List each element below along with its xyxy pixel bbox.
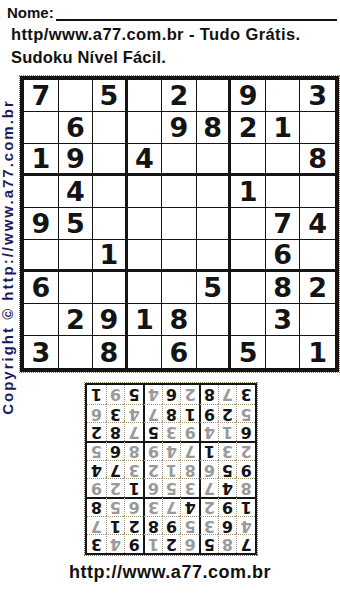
puzzle-cell-r8c7[interactable]	[231, 304, 266, 336]
puzzle-cell-r6c6[interactable]	[197, 240, 232, 272]
solution-cell-r7c7: 7	[124, 422, 143, 441]
solution-cell-r3c5: 7	[162, 497, 181, 516]
solution-cell-r4c5: 5	[162, 478, 181, 497]
puzzle-cell-r2c7: 2	[231, 112, 266, 144]
puzzle-cell-r3c1: 1	[24, 144, 59, 176]
solution-cell-r2c3: 3	[199, 516, 218, 535]
puzzle-cell-r5c7[interactable]	[231, 208, 266, 240]
solution-cell-r2c7: 2	[124, 516, 143, 535]
puzzle-cell-r1c1: 7	[24, 80, 59, 112]
puzzle-cell-r4c1[interactable]	[24, 176, 59, 208]
puzzle-cell-r5c4[interactable]	[128, 208, 163, 240]
solution-cell-r3c8: 5	[106, 497, 125, 516]
puzzle-cell-r5c1: 9	[24, 208, 59, 240]
solution-cell-r6c9: 5	[87, 441, 106, 460]
copyright-vertical-text: Copyright © http://www.a77.com.br	[0, 83, 17, 431]
solution-cell-r9c3: 8	[199, 385, 218, 404]
solution-cell-r8c1: 5	[236, 404, 255, 423]
solution-cell-r9c9: 1	[87, 385, 106, 404]
puzzle-cell-r5c8: 7	[266, 208, 301, 240]
solution-cell-r9c1: 3	[236, 385, 255, 404]
solution-cell-r1c6: 1	[143, 534, 162, 553]
puzzle-cell-r4c9[interactable]	[300, 176, 335, 208]
solution-cell-r3c3: 2	[199, 497, 218, 516]
puzzle-cell-r2c8: 1	[266, 112, 301, 144]
puzzle-cell-r9c9: 1	[300, 336, 335, 368]
solution-cell-r5c8: 7	[106, 460, 125, 479]
puzzle-cell-r4c3[interactable]	[93, 176, 128, 208]
puzzle-cell-r5c3[interactable]	[93, 208, 128, 240]
puzzle-cell-r8c8: 3	[266, 304, 301, 336]
solution-cell-r2c5: 9	[162, 516, 181, 535]
puzzle-cell-r1c5: 2	[162, 80, 197, 112]
puzzle-cell-r2c6: 8	[197, 112, 232, 144]
solution-cell-r9c7: 5	[124, 385, 143, 404]
solution-cell-r7c2: 1	[218, 422, 237, 441]
puzzle-cell-r1c4[interactable]	[128, 80, 163, 112]
puzzle-cell-r4c7: 1	[231, 176, 266, 208]
solution-cell-r8c5: 8	[162, 404, 181, 423]
puzzle-cell-r7c4[interactable]	[128, 272, 163, 304]
puzzle-cell-r1c6[interactable]	[197, 80, 232, 112]
puzzle-cell-r7c5[interactable]	[162, 272, 197, 304]
solution-cell-r1c8: 4	[106, 534, 125, 553]
puzzle-cell-r4c6[interactable]	[197, 176, 232, 208]
solution-cell-r5c4: 8	[180, 460, 199, 479]
puzzle-cell-r5c5[interactable]	[162, 208, 197, 240]
puzzle-cell-r9c1: 3	[24, 336, 59, 368]
puzzle-cell-r2c5: 9	[162, 112, 197, 144]
puzzle-cell-r9c8[interactable]	[266, 336, 301, 368]
solution-cell-r1c7: 9	[124, 534, 143, 553]
puzzle-cell-r7c1: 6	[24, 272, 59, 304]
solution-cell-r5c6: 2	[143, 460, 162, 479]
name-blank-line	[56, 3, 337, 21]
puzzle-cell-r6c9[interactable]	[300, 240, 335, 272]
solution-cell-r1c4: 6	[180, 534, 199, 553]
solution-cell-r3c4: 4	[180, 497, 199, 516]
solution-cell-r6c6: 9	[143, 441, 162, 460]
puzzle-cell-r6c4[interactable]	[128, 240, 163, 272]
puzzle-cell-r1c2[interactable]	[59, 80, 94, 112]
puzzle-cell-r7c8: 8	[266, 272, 301, 304]
puzzle-cell-r9c6[interactable]	[197, 336, 232, 368]
solution-cell-r5c7: 3	[124, 460, 143, 479]
puzzle-cell-r7c6: 5	[197, 272, 232, 304]
solution-cell-r9c6: 4	[143, 385, 162, 404]
puzzle-cell-r2c2: 6	[59, 112, 94, 144]
solution-cell-r6c2: 3	[218, 441, 237, 460]
puzzle-cell-r7c7[interactable]	[231, 272, 266, 304]
puzzle-cell-r6c5[interactable]	[162, 240, 197, 272]
solution-cell-r6c1: 2	[236, 441, 255, 460]
solution-cell-r4c3: 7	[199, 478, 218, 497]
solution-cell-r2c9: 7	[87, 516, 106, 535]
puzzle-title: Sudoku Nível Fácil.	[11, 48, 166, 67]
sudoku-worksheet-page: Nome: http/www.a77.com.br - Tudo Grátis.…	[0, 0, 340, 596]
puzzle-cell-r5c6[interactable]	[197, 208, 232, 240]
name-row: Nome:	[7, 3, 337, 21]
puzzle-cell-r6c3: 1	[93, 240, 128, 272]
solution-cell-r8c2: 2	[218, 404, 237, 423]
solution-cell-r2c6: 8	[143, 516, 162, 535]
sudoku-puzzle-grid: 752936982119484195741665822918338651	[20, 76, 339, 372]
solution-cell-r1c5: 2	[162, 534, 181, 553]
puzzle-cell-r8c9[interactable]	[300, 304, 335, 336]
puzzle-cell-r3c2: 9	[59, 144, 94, 176]
puzzle-cell-r4c5[interactable]	[162, 176, 197, 208]
solution-cell-r6c5: 4	[162, 441, 181, 460]
puzzle-cell-r8c5: 8	[162, 304, 197, 336]
puzzle-cell-r9c7: 5	[231, 336, 266, 368]
solution-cell-r5c1: 9	[236, 460, 255, 479]
puzzle-cell-r2c4[interactable]	[128, 112, 163, 144]
solution-cell-r8c8: 3	[106, 404, 125, 423]
puzzle-cell-r1c7: 9	[231, 80, 266, 112]
sudoku-solution-grid-rotated: 7856219434635982171924736588473561299568…	[85, 383, 257, 555]
solution-cell-r9c5: 6	[162, 385, 181, 404]
solution-cell-r9c8: 9	[106, 385, 125, 404]
puzzle-cell-r1c3: 5	[93, 80, 128, 112]
name-label: Nome:	[7, 4, 54, 21]
puzzle-cell-r2c1[interactable]	[24, 112, 59, 144]
solution-cell-r4c7: 1	[124, 478, 143, 497]
puzzle-cell-r8c1[interactable]	[24, 304, 59, 336]
solution-cell-r7c3: 4	[199, 422, 218, 441]
puzzle-cell-r3c5[interactable]	[162, 144, 197, 176]
solution-cell-r8c9: 6	[87, 404, 106, 423]
solution-cell-r8c6: 7	[143, 404, 162, 423]
solution-cell-r6c8: 6	[106, 441, 125, 460]
solution-cell-r3c7: 6	[124, 497, 143, 516]
puzzle-cell-r6c8: 6	[266, 240, 301, 272]
puzzle-cell-r8c3: 9	[93, 304, 128, 336]
solution-cell-r8c7: 4	[124, 404, 143, 423]
solution-cell-r5c2: 5	[218, 460, 237, 479]
solution-cell-r1c9: 3	[87, 534, 106, 553]
puzzle-cell-r1c9: 3	[300, 80, 335, 112]
solution-cell-r8c4: 1	[180, 404, 199, 423]
footer-url: http://www.a77.com.br	[0, 562, 340, 583]
solution-cell-r7c4: 9	[180, 422, 199, 441]
solution-cell-r5c9: 4	[87, 460, 106, 479]
puzzle-cell-r6c1[interactable]	[24, 240, 59, 272]
puzzle-cell-r4c8[interactable]	[266, 176, 301, 208]
solution-cell-r7c6: 5	[143, 422, 162, 441]
solution-cell-r8c3: 9	[199, 404, 218, 423]
puzzle-cell-r5c9: 4	[300, 208, 335, 240]
puzzle-cell-r9c3: 8	[93, 336, 128, 368]
solution-cell-r6c7: 8	[124, 441, 143, 460]
puzzle-cell-r2c3[interactable]	[93, 112, 128, 144]
solution-cell-r2c1: 4	[236, 516, 255, 535]
puzzle-cell-r6c7[interactable]	[231, 240, 266, 272]
puzzle-cell-r9c5: 6	[162, 336, 197, 368]
puzzle-cell-r7c3[interactable]	[93, 272, 128, 304]
solution-cell-r3c1: 1	[236, 497, 255, 516]
puzzle-cell-r3c8[interactable]	[266, 144, 301, 176]
puzzle-cell-r6c2[interactable]	[59, 240, 94, 272]
solution-cell-r6c3: 1	[199, 441, 218, 460]
puzzle-cell-r8c2: 2	[59, 304, 94, 336]
puzzle-cell-r3c6[interactable]	[197, 144, 232, 176]
puzzle-cell-r3c7[interactable]	[231, 144, 266, 176]
puzzle-cell-r8c6[interactable]	[197, 304, 232, 336]
site-headline: http/www.a77.com.br - Tudo Grátis.	[11, 25, 301, 44]
solution-cell-r1c1: 7	[236, 534, 255, 553]
solution-cell-r4c1: 8	[236, 478, 255, 497]
solution-cell-r4c9: 9	[87, 478, 106, 497]
solution-cell-r3c9: 8	[87, 497, 106, 516]
puzzle-cell-r3c4: 4	[128, 144, 163, 176]
solution-cell-r7c1: 6	[236, 422, 255, 441]
solution-cell-r9c2: 7	[218, 385, 237, 404]
solution-cell-r4c8: 2	[106, 478, 125, 497]
puzzle-cell-r9c4[interactable]	[128, 336, 163, 368]
solution-cell-r4c6: 6	[143, 478, 162, 497]
solution-cell-r2c8: 1	[106, 516, 125, 535]
puzzle-cell-r5c2: 5	[59, 208, 94, 240]
puzzle-cell-r8c4: 1	[128, 304, 163, 336]
puzzle-cell-r4c4[interactable]	[128, 176, 163, 208]
solution-cell-r4c2: 4	[218, 478, 237, 497]
solution-cell-r6c4: 7	[180, 441, 199, 460]
puzzle-cell-r9c2[interactable]	[59, 336, 94, 368]
solution-cell-r1c3: 5	[199, 534, 218, 553]
solution-cell-r5c5: 1	[162, 460, 181, 479]
solution-cell-r7c9: 2	[87, 422, 106, 441]
puzzle-cell-r2c9[interactable]	[300, 112, 335, 144]
solution-cell-r3c6: 3	[143, 497, 162, 516]
solution-cell-r5c3: 6	[199, 460, 218, 479]
puzzle-cell-r1c8[interactable]	[266, 80, 301, 112]
puzzle-cell-r3c9: 8	[300, 144, 335, 176]
solution-cell-r7c5: 3	[162, 422, 181, 441]
solution-cell-r9c4: 2	[180, 385, 199, 404]
solution-cell-r2c4: 5	[180, 516, 199, 535]
puzzle-cell-r4c2: 4	[59, 176, 94, 208]
solution-cell-r7c8: 8	[106, 422, 125, 441]
puzzle-cell-r3c3[interactable]	[93, 144, 128, 176]
solution-cell-r4c4: 3	[180, 478, 199, 497]
solution-cell-r1c2: 8	[218, 534, 237, 553]
solution-cell-r3c2: 9	[218, 497, 237, 516]
solution-cell-r2c2: 6	[218, 516, 237, 535]
puzzle-cell-r7c9: 2	[300, 272, 335, 304]
puzzle-cell-r7c2[interactable]	[59, 272, 94, 304]
